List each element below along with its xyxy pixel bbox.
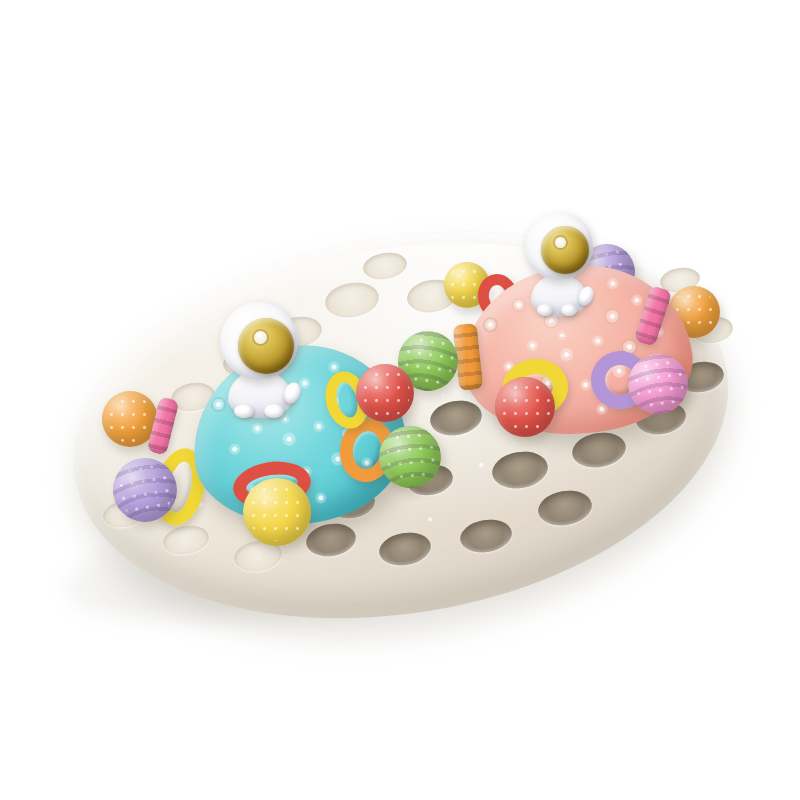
astronaut-leg [234,404,254,418]
astronaut-gold-visor [541,226,589,274]
astronaut-blue-rover [212,298,312,423]
ball-red-right [356,364,414,422]
visor-hole [555,237,566,248]
ball-yellow-front-wheel [243,478,311,546]
astronaut-leg [264,404,284,418]
visor-hole [254,331,267,344]
product-photo [0,0,800,800]
astronaut-leg [561,304,577,316]
astronaut-leg [537,304,553,316]
astronaut-pink-rover [517,210,605,320]
astronaut-gold-visor [238,318,294,374]
ball-red-front-wheel-pink-rover [495,377,555,437]
